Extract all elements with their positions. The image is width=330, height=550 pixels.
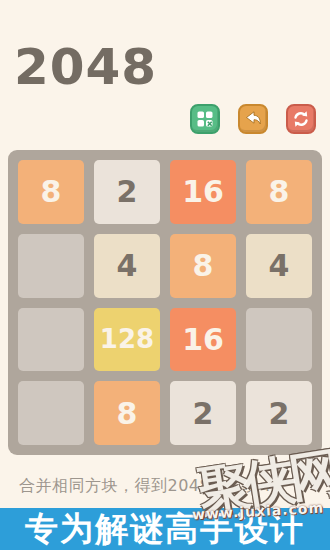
tile-2: 2 [94, 160, 160, 224]
hint-text: 合并相同方块，得到2048的方块！ [19, 476, 276, 497]
empty-cell [18, 308, 84, 372]
tile-8: 8 [94, 381, 160, 445]
tile-8: 8 [246, 160, 312, 224]
bottom-banner: 专为解谜高手设计 [0, 508, 330, 550]
game-title: 2048 [14, 38, 157, 96]
toolbar [190, 104, 316, 134]
undo-button[interactable] [238, 104, 268, 134]
tile-16: 16 [170, 308, 236, 372]
empty-cell [18, 234, 84, 298]
levels-button[interactable] [190, 104, 220, 134]
tile-2: 2 [246, 381, 312, 445]
board-grid[interactable]: 8216848412816822 [8, 150, 322, 455]
restart-button[interactable] [286, 104, 316, 134]
grid-squares-icon [195, 109, 215, 129]
tile-128: 128 [94, 308, 160, 372]
empty-cell [18, 381, 84, 445]
restart-arrows-icon [291, 109, 311, 129]
empty-cell [246, 308, 312, 372]
tile-4: 4 [246, 234, 312, 298]
tile-16: 16 [170, 160, 236, 224]
undo-arrow-icon [243, 109, 263, 129]
tile-4: 4 [94, 234, 160, 298]
tile-8: 8 [18, 160, 84, 224]
tile-8: 8 [170, 234, 236, 298]
banner-text: 专为解谜高手设计 [25, 507, 305, 550]
tile-2: 2 [170, 381, 236, 445]
